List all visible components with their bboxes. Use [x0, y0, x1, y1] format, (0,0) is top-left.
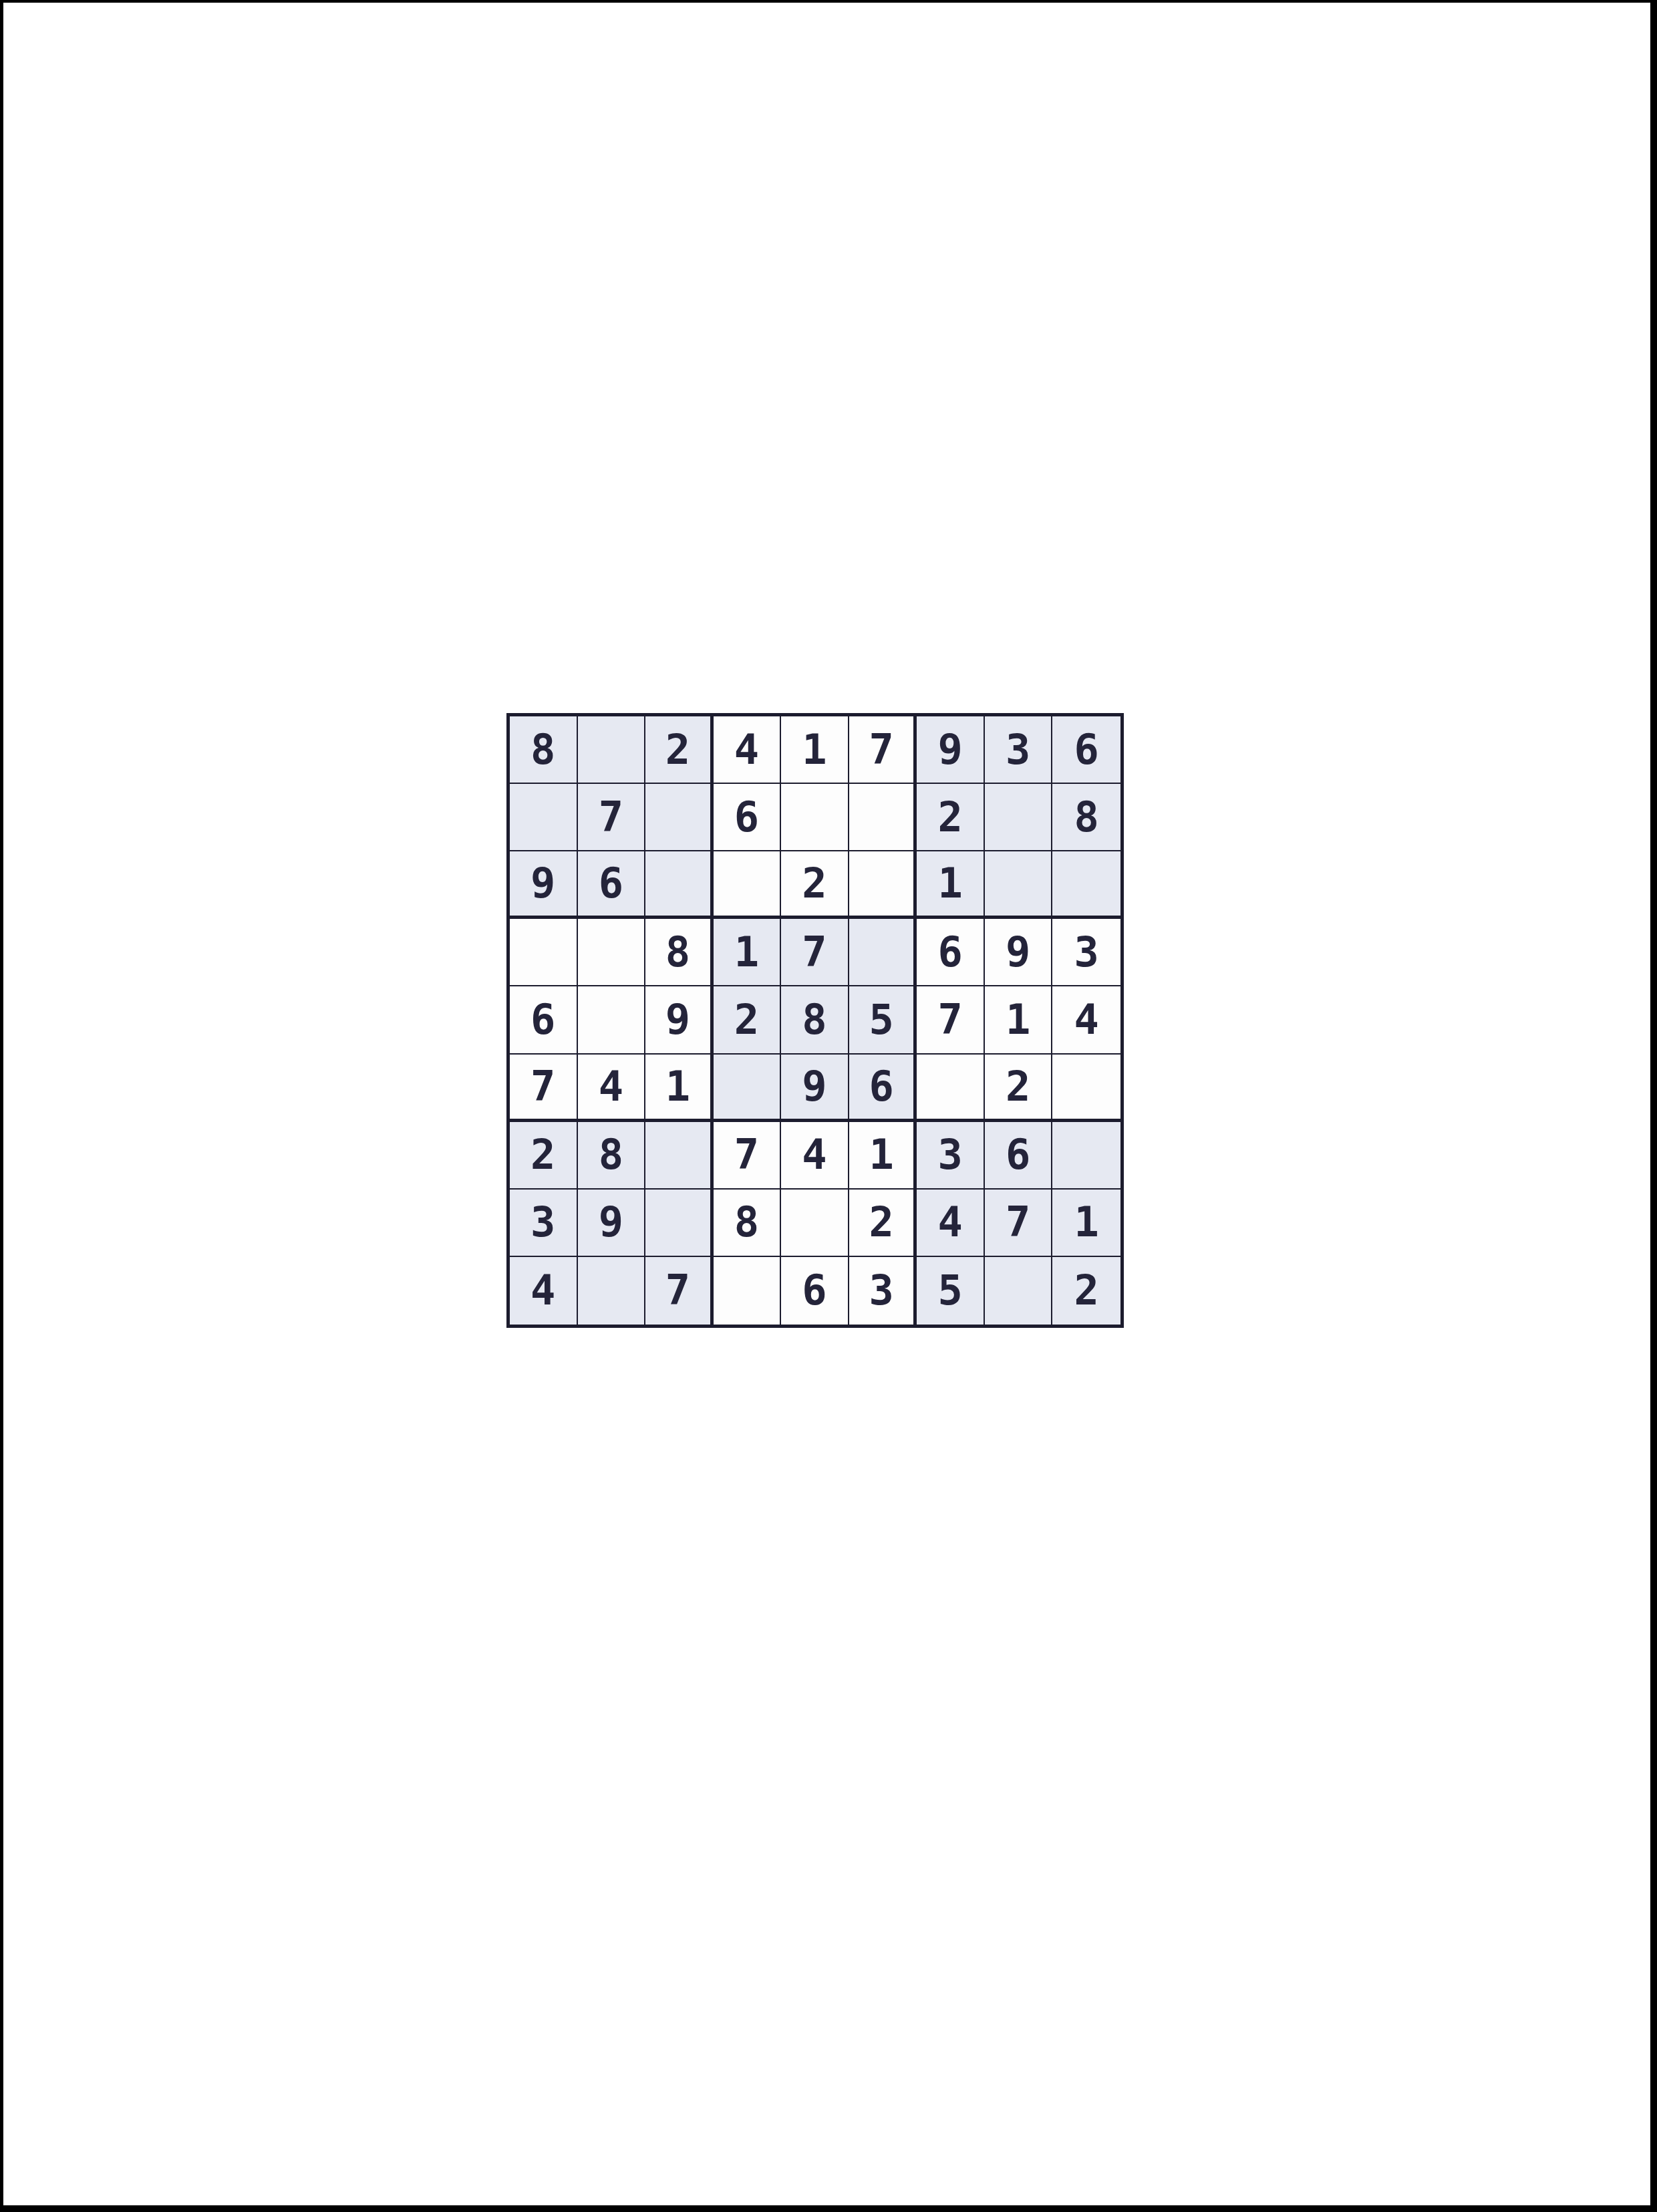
sudoku-cell-empty[interactable]: [985, 784, 1053, 851]
sudoku-cell-empty[interactable]: [578, 986, 646, 1054]
sudoku-cell-given[interactable]: 1: [714, 919, 782, 986]
sudoku-cell-given[interactable]: 6: [510, 986, 578, 1054]
sudoku-cell-given[interactable]: 4: [781, 1122, 849, 1190]
sudoku-cell-given[interactable]: 8: [510, 716, 578, 784]
sudoku-cell-empty[interactable]: [714, 851, 782, 919]
sudoku-cell-given[interactable]: 7: [781, 919, 849, 986]
sudoku-cell-given[interactable]: 2: [510, 1122, 578, 1190]
sudoku-cell-given[interactable]: 1: [985, 986, 1053, 1054]
sudoku-cell-given[interactable]: 7: [714, 1122, 782, 1190]
sudoku-cell-empty[interactable]: [781, 1190, 849, 1257]
sudoku-cell-empty[interactable]: [645, 1122, 714, 1190]
sudoku-cell-given[interactable]: 2: [849, 1190, 917, 1257]
sudoku-cell-empty[interactable]: [578, 919, 646, 986]
sudoku-cell-given[interactable]: 4: [510, 1257, 578, 1325]
sudoku-cell-empty[interactable]: [578, 716, 646, 784]
sudoku-cell-given[interactable]: 7: [849, 716, 917, 784]
sudoku-board: 8241793676289621817693692857147419622874…: [506, 713, 1124, 1328]
sudoku-cell-empty[interactable]: [985, 1257, 1053, 1325]
sudoku-cell-given[interactable]: 9: [510, 851, 578, 919]
sudoku-cell-given[interactable]: 8: [714, 1190, 782, 1257]
sudoku-cell-given[interactable]: 4: [917, 1190, 985, 1257]
sudoku-cell-given[interactable]: 2: [1052, 1257, 1120, 1325]
sudoku-cell-given[interactable]: 3: [510, 1190, 578, 1257]
sudoku-cell-given[interactable]: 3: [917, 1122, 985, 1190]
sudoku-cell-given[interactable]: 2: [985, 1055, 1053, 1122]
sudoku-cell-given[interactable]: 7: [985, 1190, 1053, 1257]
sudoku-cell-given[interactable]: 4: [578, 1055, 646, 1122]
sudoku-cell-given[interactable]: 9: [645, 986, 714, 1054]
sudoku-cell-given[interactable]: 7: [578, 784, 646, 851]
sudoku-cell-given[interactable]: 3: [985, 716, 1053, 784]
sudoku-cell-given[interactable]: 7: [645, 1257, 714, 1325]
sudoku-cell-given[interactable]: 2: [645, 716, 714, 784]
sudoku-cell-empty[interactable]: [1052, 851, 1120, 919]
sudoku-cell-given[interactable]: 5: [917, 1257, 985, 1325]
sudoku-cell-given[interactable]: 1: [645, 1055, 714, 1122]
sudoku-cell-empty[interactable]: [849, 851, 917, 919]
sudoku-cell-empty[interactable]: [578, 1257, 646, 1325]
sudoku-cell-given[interactable]: 4: [714, 716, 782, 784]
sudoku-cell-given[interactable]: 1: [781, 716, 849, 784]
sudoku-cell-given[interactable]: 6: [1052, 716, 1120, 784]
sudoku-cell-given[interactable]: 2: [917, 784, 985, 851]
sudoku-cell-given[interactable]: 8: [1052, 784, 1120, 851]
sudoku-cell-given[interactable]: 2: [781, 851, 849, 919]
sudoku-cell-given[interactable]: 8: [578, 1122, 646, 1190]
sudoku-cell-empty[interactable]: [645, 1190, 714, 1257]
sudoku-cell-empty[interactable]: [714, 1257, 782, 1325]
sudoku-cell-empty[interactable]: [985, 851, 1053, 919]
sudoku-cell-empty[interactable]: [1052, 1055, 1120, 1122]
sudoku-cell-given[interactable]: 8: [645, 919, 714, 986]
scanned-puzzle-page: 8241793676289621817693692857147419622874…: [0, 0, 1657, 2212]
sudoku-cell-empty[interactable]: [1052, 1122, 1120, 1190]
sudoku-cell-given[interactable]: 7: [917, 986, 985, 1054]
sudoku-cell-given[interactable]: 1: [849, 1122, 917, 1190]
sudoku-cell-given[interactable]: 6: [917, 919, 985, 986]
sudoku-cell-given[interactable]: 2: [714, 986, 782, 1054]
sudoku-cell-given[interactable]: 3: [849, 1257, 917, 1325]
sudoku-cell-given[interactable]: 7: [510, 1055, 578, 1122]
sudoku-cell-given[interactable]: 6: [849, 1055, 917, 1122]
sudoku-cell-given[interactable]: 6: [714, 784, 782, 851]
sudoku-cell-given[interactable]: 9: [917, 716, 985, 784]
sudoku-cell-given[interactable]: 8: [781, 986, 849, 1054]
sudoku-cell-empty[interactable]: [510, 919, 578, 986]
sudoku-cell-empty[interactable]: [714, 1055, 782, 1122]
sudoku-cell-given[interactable]: 9: [985, 919, 1053, 986]
sudoku-cell-empty[interactable]: [917, 1055, 985, 1122]
sudoku-cell-given[interactable]: 6: [781, 1257, 849, 1325]
sudoku-cell-given[interactable]: 9: [578, 1190, 646, 1257]
sudoku-cell-given[interactable]: 6: [985, 1122, 1053, 1190]
sudoku-cell-given[interactable]: 1: [917, 851, 985, 919]
sudoku-cell-given[interactable]: 6: [578, 851, 646, 919]
sudoku-cell-given[interactable]: 4: [1052, 986, 1120, 1054]
sudoku-cell-empty[interactable]: [849, 784, 917, 851]
sudoku-cell-given[interactable]: 1: [1052, 1190, 1120, 1257]
sudoku-cell-given[interactable]: 9: [781, 1055, 849, 1122]
sudoku-cell-empty[interactable]: [645, 851, 714, 919]
sudoku-cell-empty[interactable]: [645, 784, 714, 851]
sudoku-cell-empty[interactable]: [781, 784, 849, 851]
sudoku-cell-empty[interactable]: [510, 784, 578, 851]
sudoku-cell-given[interactable]: 3: [1052, 919, 1120, 986]
sudoku-cell-empty[interactable]: [849, 919, 917, 986]
sudoku-cell-given[interactable]: 5: [849, 986, 917, 1054]
